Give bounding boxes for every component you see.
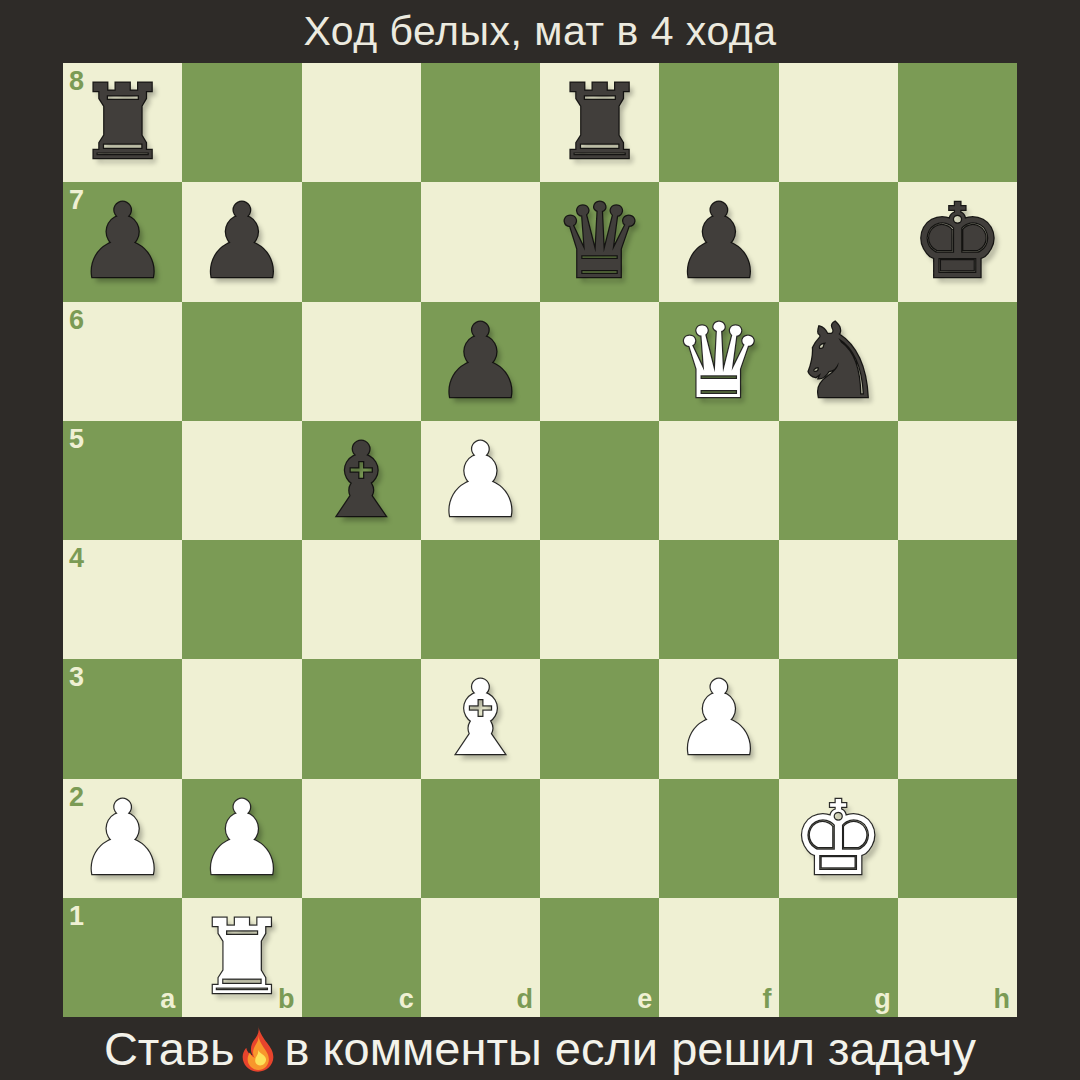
square-h8[interactable]	[898, 63, 1017, 182]
square-a2[interactable]: 2♟	[63, 779, 182, 898]
square-e6[interactable]	[540, 302, 659, 421]
square-c2[interactable]	[302, 779, 421, 898]
white-pawn-b2[interactable]: ♟	[182, 779, 301, 898]
square-e2[interactable]	[540, 779, 659, 898]
square-f5[interactable]	[659, 421, 778, 540]
white-pawn-d5[interactable]: ♟	[421, 421, 540, 540]
square-b4[interactable]	[182, 540, 301, 659]
square-e4[interactable]	[540, 540, 659, 659]
square-f4[interactable]	[659, 540, 778, 659]
square-d3[interactable]: ♝	[421, 659, 540, 778]
square-f7[interactable]: ♟	[659, 182, 778, 301]
chess-board: 8♜♜7♟♟♛♟♚6♟♛♞5♝♟43♝♟2♟♟♚1ab♜cdefgh	[63, 63, 1017, 1017]
file-label-f: f	[763, 984, 772, 1015]
white-pawn-f3[interactable]: ♟	[659, 659, 778, 778]
square-a4[interactable]: 4	[63, 540, 182, 659]
file-label-d: d	[517, 984, 534, 1015]
square-c7[interactable]	[302, 182, 421, 301]
square-h5[interactable]	[898, 421, 1017, 540]
black-pawn-a7[interactable]: ♟	[63, 182, 182, 301]
black-pawn-d6[interactable]: ♟	[421, 302, 540, 421]
square-h1[interactable]: h	[898, 898, 1017, 1017]
square-g2[interactable]: ♚	[779, 779, 898, 898]
square-c5[interactable]: ♝	[302, 421, 421, 540]
square-b1[interactable]: b♜	[182, 898, 301, 1017]
black-pawn-f7[interactable]: ♟	[659, 182, 778, 301]
square-b6[interactable]	[182, 302, 301, 421]
caption-suffix: в комменты если решил задачу	[284, 1021, 976, 1076]
square-f1[interactable]: f	[659, 898, 778, 1017]
rank-label-4: 4	[69, 543, 84, 574]
square-h4[interactable]	[898, 540, 1017, 659]
square-b8[interactable]	[182, 63, 301, 182]
square-g7[interactable]	[779, 182, 898, 301]
square-h2[interactable]	[898, 779, 1017, 898]
square-e3[interactable]	[540, 659, 659, 778]
black-pawn-b7[interactable]: ♟	[182, 182, 301, 301]
square-a3[interactable]: 3	[63, 659, 182, 778]
square-e7[interactable]: ♛	[540, 182, 659, 301]
square-a7[interactable]: 7♟	[63, 182, 182, 301]
square-c3[interactable]	[302, 659, 421, 778]
rank-label-3: 3	[69, 662, 84, 693]
square-a1[interactable]: 1a	[63, 898, 182, 1017]
square-d8[interactable]	[421, 63, 540, 182]
black-king-h7[interactable]: ♚	[898, 182, 1017, 301]
square-e1[interactable]: e	[540, 898, 659, 1017]
square-c8[interactable]	[302, 63, 421, 182]
square-b7[interactable]: ♟	[182, 182, 301, 301]
square-d4[interactable]	[421, 540, 540, 659]
file-label-h: h	[994, 984, 1011, 1015]
square-c4[interactable]	[302, 540, 421, 659]
square-f8[interactable]	[659, 63, 778, 182]
rank-label-1: 1	[69, 901, 84, 932]
square-g8[interactable]	[779, 63, 898, 182]
black-queen-e7[interactable]: ♛	[540, 182, 659, 301]
black-knight-g6[interactable]: ♞	[779, 302, 898, 421]
square-d5[interactable]: ♟	[421, 421, 540, 540]
square-a6[interactable]: 6	[63, 302, 182, 421]
square-f2[interactable]	[659, 779, 778, 898]
square-h6[interactable]	[898, 302, 1017, 421]
black-rook-a8[interactable]: ♜	[63, 63, 182, 182]
black-rook-e8[interactable]: ♜	[540, 63, 659, 182]
caption: Ставь в комменты если решил задачу	[0, 1017, 1080, 1080]
square-h7[interactable]: ♚	[898, 182, 1017, 301]
square-f6[interactable]: ♛	[659, 302, 778, 421]
square-f3[interactable]: ♟	[659, 659, 778, 778]
rank-label-6: 6	[69, 305, 84, 336]
square-h3[interactable]	[898, 659, 1017, 778]
white-pawn-a2[interactable]: ♟	[63, 779, 182, 898]
square-a8[interactable]: 8♜	[63, 63, 182, 182]
file-label-e: e	[637, 984, 652, 1015]
square-a5[interactable]: 5	[63, 421, 182, 540]
square-g6[interactable]: ♞	[779, 302, 898, 421]
white-bishop-d3[interactable]: ♝	[421, 659, 540, 778]
file-label-c: c	[399, 984, 414, 1015]
square-g5[interactable]	[779, 421, 898, 540]
fire-icon	[236, 1024, 280, 1074]
square-b5[interactable]	[182, 421, 301, 540]
square-g4[interactable]	[779, 540, 898, 659]
puzzle-card: Ход белых, мат в 4 хода 8♜♜7♟♟♛♟♚6♟♛♞5♝♟…	[0, 0, 1080, 1080]
square-b3[interactable]	[182, 659, 301, 778]
rank-label-5: 5	[69, 424, 84, 455]
square-d6[interactable]: ♟	[421, 302, 540, 421]
file-label-g: g	[874, 984, 891, 1015]
caption-prefix: Ставь	[104, 1021, 235, 1076]
square-c1[interactable]: c	[302, 898, 421, 1017]
square-g1[interactable]: g	[779, 898, 898, 1017]
white-rook-b1[interactable]: ♜	[182, 898, 301, 1017]
square-c6[interactable]	[302, 302, 421, 421]
square-d2[interactable]	[421, 779, 540, 898]
square-e5[interactable]	[540, 421, 659, 540]
square-e8[interactable]: ♜	[540, 63, 659, 182]
page-title: Ход белых, мат в 4 хода	[0, 0, 1080, 63]
square-d7[interactable]	[421, 182, 540, 301]
file-label-a: a	[160, 984, 175, 1015]
square-d1[interactable]: d	[421, 898, 540, 1017]
white-king-g2[interactable]: ♚	[779, 779, 898, 898]
black-bishop-c5[interactable]: ♝	[302, 421, 421, 540]
white-queen-f6[interactable]: ♛	[659, 302, 778, 421]
square-g3[interactable]	[779, 659, 898, 778]
square-b2[interactable]: ♟	[182, 779, 301, 898]
